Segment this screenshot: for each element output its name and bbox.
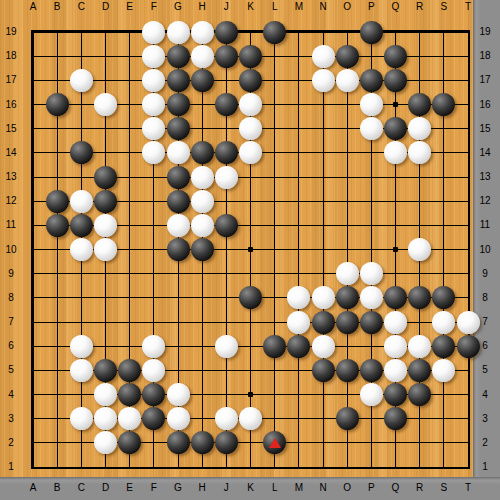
- black-stone[interactable]: [46, 93, 69, 116]
- white-stone[interactable]: [457, 311, 480, 334]
- white-stone[interactable]: [239, 117, 262, 140]
- white-stone[interactable]: [70, 69, 93, 92]
- white-stone[interactable]: [142, 45, 165, 68]
- coordinate-label-left: 11: [0, 219, 22, 231]
- white-stone[interactable]: [191, 21, 214, 44]
- black-stone[interactable]: [384, 383, 407, 406]
- white-stone[interactable]: [94, 214, 117, 237]
- coordinate-label-left: 16: [0, 99, 22, 111]
- black-stone[interactable]: [336, 45, 359, 68]
- black-stone[interactable]: [360, 69, 383, 92]
- white-stone[interactable]: [312, 45, 335, 68]
- white-stone[interactable]: [239, 93, 262, 116]
- white-stone[interactable]: [142, 21, 165, 44]
- white-stone[interactable]: [360, 383, 383, 406]
- black-stone[interactable]: [94, 359, 117, 382]
- coordinate-label-top: B: [49, 1, 65, 13]
- black-stone[interactable]: [118, 383, 141, 406]
- star-point: [248, 247, 253, 252]
- black-stone[interactable]: [70, 214, 93, 237]
- coordinate-label-right: 8: [474, 292, 496, 304]
- black-stone[interactable]: [239, 69, 262, 92]
- black-stone[interactable]: [215, 141, 238, 164]
- white-stone[interactable]: [215, 335, 238, 358]
- coordinate-label-bottom: T: [460, 482, 476, 494]
- grid-line: [468, 32, 469, 467]
- black-stone[interactable]: [167, 93, 190, 116]
- coordinate-label-bottom: F: [146, 482, 162, 494]
- coordinate-label-right: 2: [474, 437, 496, 449]
- coordinate-label-left: 10: [0, 244, 22, 256]
- black-stone[interactable]: [215, 431, 238, 454]
- last-move-marker: [269, 438, 281, 448]
- coordinate-label-right: 15: [474, 123, 496, 135]
- white-stone[interactable]: [94, 238, 117, 261]
- white-stone[interactable]: [191, 166, 214, 189]
- black-stone[interactable]: [384, 117, 407, 140]
- white-stone[interactable]: [94, 93, 117, 116]
- white-stone[interactable]: [142, 335, 165, 358]
- white-stone[interactable]: [384, 311, 407, 334]
- star-point: [248, 392, 253, 397]
- white-stone[interactable]: [360, 286, 383, 309]
- black-stone[interactable]: [70, 141, 93, 164]
- black-stone[interactable]: [167, 431, 190, 454]
- coordinate-label-right: 11: [474, 219, 496, 231]
- black-stone[interactable]: [312, 311, 335, 334]
- white-stone[interactable]: [215, 407, 238, 430]
- coordinate-label-right: 16: [474, 99, 496, 111]
- coordinate-label-bottom: B: [49, 482, 65, 494]
- white-stone[interactable]: [70, 238, 93, 261]
- coordinate-label-top: G: [170, 1, 186, 13]
- black-stone[interactable]: [46, 214, 69, 237]
- coordinate-label-right: 17: [474, 74, 496, 86]
- coordinate-label-top: H: [194, 1, 210, 13]
- black-stone[interactable]: [191, 238, 214, 261]
- coordinate-label-top: F: [146, 1, 162, 13]
- coordinate-label-bottom: K: [243, 482, 259, 494]
- coordinate-label-top: R: [412, 1, 428, 13]
- goban-screenshot: AABBCCDDEEFFGGHHJJKKLLMMNNOOPPQQRRSSTT19…: [0, 0, 500, 500]
- white-stone[interactable]: [191, 190, 214, 213]
- coordinate-label-bottom: S: [436, 482, 452, 494]
- white-stone[interactable]: [142, 69, 165, 92]
- white-stone[interactable]: [360, 262, 383, 285]
- white-stone[interactable]: [167, 21, 190, 44]
- white-stone[interactable]: [408, 335, 431, 358]
- white-stone[interactable]: [167, 141, 190, 164]
- black-stone[interactable]: [287, 335, 310, 358]
- star-point: [393, 247, 398, 252]
- grid-line: [298, 32, 299, 467]
- grid-line: [33, 273, 468, 274]
- coordinate-label-top: P: [363, 1, 379, 13]
- black-stone[interactable]: [336, 359, 359, 382]
- coordinate-label-right: 4: [474, 389, 496, 401]
- black-stone[interactable]: [191, 69, 214, 92]
- black-stone[interactable]: [336, 407, 359, 430]
- black-stone[interactable]: [167, 45, 190, 68]
- coordinate-label-top: C: [73, 1, 89, 13]
- coordinate-label-left: 12: [0, 195, 22, 207]
- white-stone[interactable]: [70, 335, 93, 358]
- black-stone[interactable]: [215, 93, 238, 116]
- white-stone[interactable]: [239, 407, 262, 430]
- white-stone[interactable]: [94, 407, 117, 430]
- black-stone[interactable]: [191, 141, 214, 164]
- coordinate-label-top: T: [460, 1, 476, 13]
- white-stone[interactable]: [432, 311, 455, 334]
- coordinate-label-bottom: J: [218, 482, 234, 494]
- coordinate-label-left: 6: [0, 340, 22, 352]
- coordinate-label-left: 7: [0, 316, 22, 328]
- white-stone[interactable]: [336, 69, 359, 92]
- white-stone[interactable]: [215, 166, 238, 189]
- grid-line: [33, 467, 468, 468]
- black-stone[interactable]: [408, 93, 431, 116]
- black-stone[interactable]: [46, 190, 69, 213]
- coordinate-label-left: 13: [0, 171, 22, 183]
- coordinate-label-top: J: [218, 1, 234, 13]
- coordinate-label-left: 9: [0, 268, 22, 280]
- black-stone[interactable]: [94, 166, 117, 189]
- coordinate-label-top: A: [25, 1, 41, 13]
- black-stone[interactable]: [167, 166, 190, 189]
- coordinate-label-bottom: P: [363, 482, 379, 494]
- white-stone[interactable]: [70, 190, 93, 213]
- coordinate-label-top: L: [267, 1, 283, 13]
- white-stone[interactable]: [336, 262, 359, 285]
- coordinate-label-top: K: [243, 1, 259, 13]
- coordinate-label-left: 17: [0, 74, 22, 86]
- black-stone[interactable]: [191, 431, 214, 454]
- white-stone[interactable]: [191, 214, 214, 237]
- white-stone[interactable]: [384, 359, 407, 382]
- black-stone[interactable]: [457, 335, 480, 358]
- black-stone[interactable]: [336, 311, 359, 334]
- right-margin-strip: [473, 0, 500, 477]
- white-stone[interactable]: [312, 286, 335, 309]
- star-point: [393, 102, 398, 107]
- black-stone[interactable]: [167, 69, 190, 92]
- black-stone[interactable]: [408, 359, 431, 382]
- white-stone[interactable]: [360, 93, 383, 116]
- black-stone[interactable]: [94, 190, 117, 213]
- coordinate-label-bottom: A: [25, 482, 41, 494]
- coordinate-label-bottom: D: [98, 482, 114, 494]
- black-stone[interactable]: [408, 383, 431, 406]
- coordinate-label-right: 13: [474, 171, 496, 183]
- black-stone[interactable]: [167, 238, 190, 261]
- coordinate-label-left: 5: [0, 364, 22, 376]
- coordinate-label-bottom: G: [170, 482, 186, 494]
- coordinate-label-left: 3: [0, 413, 22, 425]
- black-stone[interactable]: [215, 45, 238, 68]
- black-stone[interactable]: [215, 21, 238, 44]
- coordinate-label-right: 14: [474, 147, 496, 159]
- black-stone[interactable]: [239, 45, 262, 68]
- grid-line: [323, 32, 324, 467]
- coordinate-label-left: 15: [0, 123, 22, 135]
- black-stone[interactable]: [263, 21, 286, 44]
- coordinate-label-right: 5: [474, 364, 496, 376]
- coordinate-label-bottom: H: [194, 482, 210, 494]
- black-stone[interactable]: [360, 21, 383, 44]
- coordinate-label-bottom: E: [122, 482, 138, 494]
- black-stone[interactable]: [336, 286, 359, 309]
- white-stone[interactable]: [167, 407, 190, 430]
- black-stone[interactable]: [118, 359, 141, 382]
- black-stone[interactable]: [384, 45, 407, 68]
- grid-line: [274, 32, 275, 467]
- white-stone[interactable]: [70, 359, 93, 382]
- coordinate-label-top: D: [98, 1, 114, 13]
- coordinate-label-bottom: C: [73, 482, 89, 494]
- white-stone[interactable]: [191, 45, 214, 68]
- coordinate-label-bottom: Q: [388, 482, 404, 494]
- coordinate-label-top: M: [291, 1, 307, 13]
- white-stone[interactable]: [70, 407, 93, 430]
- coordinate-label-bottom: L: [267, 482, 283, 494]
- coordinate-label-left: 18: [0, 50, 22, 62]
- coordinate-label-right: 12: [474, 195, 496, 207]
- coordinate-label-right: 3: [474, 413, 496, 425]
- coordinate-label-left: 19: [0, 26, 22, 38]
- white-stone[interactable]: [167, 383, 190, 406]
- coordinate-label-bottom: R: [412, 482, 428, 494]
- coordinate-label-top: S: [436, 1, 452, 13]
- black-stone[interactable]: [215, 214, 238, 237]
- black-stone[interactable]: [360, 359, 383, 382]
- white-stone[interactable]: [287, 311, 310, 334]
- coordinate-label-right: 10: [474, 244, 496, 256]
- white-stone[interactable]: [167, 214, 190, 237]
- grid-line: [347, 32, 348, 467]
- coordinate-label-left: 14: [0, 147, 22, 159]
- coordinate-label-top: O: [339, 1, 355, 13]
- black-stone[interactable]: [432, 335, 455, 358]
- coordinate-label-left: 8: [0, 292, 22, 304]
- coordinate-label-right: 1: [474, 461, 496, 473]
- white-stone[interactable]: [142, 359, 165, 382]
- white-stone[interactable]: [432, 359, 455, 382]
- black-stone[interactable]: [167, 190, 190, 213]
- white-stone[interactable]: [360, 117, 383, 140]
- black-stone[interactable]: [384, 407, 407, 430]
- black-stone[interactable]: [360, 311, 383, 334]
- coordinate-label-right: 19: [474, 26, 496, 38]
- coordinate-label-left: 1: [0, 461, 22, 473]
- black-stone[interactable]: [263, 335, 286, 358]
- white-stone[interactable]: [94, 383, 117, 406]
- coordinate-label-top: N: [315, 1, 331, 13]
- coordinate-label-bottom: M: [291, 482, 307, 494]
- white-stone[interactable]: [408, 238, 431, 261]
- coordinate-label-left: 4: [0, 389, 22, 401]
- white-stone[interactable]: [312, 335, 335, 358]
- coordinate-label-right: 18: [474, 50, 496, 62]
- coordinate-label-top: Q: [388, 1, 404, 13]
- black-stone[interactable]: [384, 69, 407, 92]
- white-stone[interactable]: [384, 335, 407, 358]
- white-stone[interactable]: [312, 69, 335, 92]
- coordinate-label-right: 9: [474, 268, 496, 280]
- coordinate-label-bottom: O: [339, 482, 355, 494]
- coordinate-label-top: E: [122, 1, 138, 13]
- black-stone[interactable]: [167, 117, 190, 140]
- coordinate-label-bottom: N: [315, 482, 331, 494]
- coordinate-label-left: 2: [0, 437, 22, 449]
- black-stone[interactable]: [312, 359, 335, 382]
